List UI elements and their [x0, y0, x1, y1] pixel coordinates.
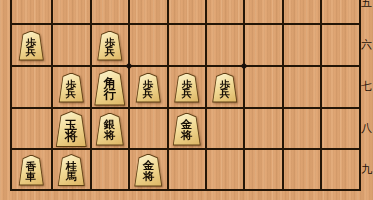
shogi-piece-bishop[interactable]: 角行: [94, 70, 126, 106]
board-grid-vline: [243, 0, 245, 190]
board-grid-vline: [320, 0, 322, 190]
shogi-piece-gold[interactable]: 金将: [172, 113, 201, 146]
star-point-icon: [125, 62, 132, 69]
rank-label-9: 九: [360, 163, 373, 174]
board-grid-hline: [10, 107, 361, 109]
board-grid-hline: [10, 148, 361, 150]
shogi-piece-pawn[interactable]: 歩兵: [212, 73, 238, 103]
board-grid-vline: [167, 0, 169, 190]
shogi-piece-pawn[interactable]: 歩兵: [174, 73, 200, 103]
shogi-board[interactable]: 五六七八九歩兵歩兵歩兵角行歩兵歩兵歩兵玉将銀将金将香車桂馬金将: [0, 0, 373, 200]
shogi-piece-pawn[interactable]: 歩兵: [58, 73, 84, 103]
rank-label-6: 六: [360, 39, 373, 50]
shogi-piece-silver[interactable]: 銀将: [95, 113, 124, 146]
board-grid-vline: [205, 0, 207, 190]
board-grid-vline: [282, 0, 284, 190]
shogi-piece-pawn[interactable]: 歩兵: [18, 31, 44, 61]
shogi-piece-king[interactable]: 玉将: [55, 111, 87, 147]
board-grid-hline: [10, 23, 361, 25]
board-grid-vline: [128, 0, 130, 190]
shogi-piece-pawn[interactable]: 歩兵: [97, 31, 123, 61]
board-grid-vline: [10, 0, 12, 190]
shogi-piece-knight[interactable]: 桂馬: [57, 154, 85, 186]
board-grid-hline: [10, 65, 361, 67]
rank-label-8: 八: [360, 122, 373, 133]
rank-label-5: 五: [360, 0, 373, 8]
shogi-piece-lance[interactable]: 香車: [18, 155, 44, 186]
star-point-icon: [240, 62, 247, 69]
board-grid-hline: [10, 189, 361, 191]
board-grid-vline: [51, 0, 53, 190]
rank-label-7: 七: [360, 81, 373, 92]
shogi-piece-pawn[interactable]: 歩兵: [135, 73, 161, 103]
board-grid-vline: [90, 0, 92, 190]
shogi-piece-gold[interactable]: 金将: [134, 154, 163, 187]
